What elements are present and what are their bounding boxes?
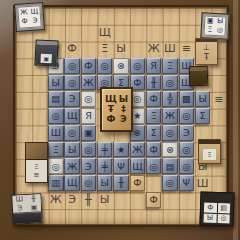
ink-stamp: Ф (64, 41, 80, 58)
cluster-tile-c3-r8[interactable]: Ы (64, 142, 79, 158)
cluster-tile-c9-r6[interactable]: Ж (162, 108, 177, 124)
cluster-tile-c3-r6[interactable]: Щ (64, 108, 79, 124)
dark-wood-cube-right[interactable] (189, 66, 209, 87)
cluster-tile-c8-r11[interactable]: Ф (146, 192, 161, 208)
cluster-tile-c10-r8[interactable]: ◎ (179, 142, 194, 158)
wooden-game-box: ЩЭФΞЫЖШ≡Э◎Ф◎⊗◎ЯΞШЫ◎Ж◎ΣФ╫◎ЩŦ▤Э◎◎Ф╬▩Ы≡◎ЩЯ★… (0, 0, 240, 240)
stamp-face: Ξ≡ (26, 160, 47, 182)
cluster-tile-c9-r10[interactable]: ◎ (162, 175, 177, 191)
cluster-tile-c4-r4[interactable]: Ж (81, 75, 96, 91)
die-side (13, 213, 41, 224)
center-block-glyph-column: Ы‡Э (119, 95, 128, 124)
cluster-tile-c10-r10[interactable]: Ψ (179, 175, 194, 191)
cluster-tile-c7-r8[interactable]: Ж (130, 142, 145, 158)
cluster-tile-c6-r8[interactable]: ★ (113, 142, 128, 158)
cluster-tile-c3-r3[interactable]: ◎ (64, 58, 79, 74)
ink-stamp: ≡ (178, 41, 194, 58)
cluster-tile-c5-r10[interactable]: Ы (97, 175, 112, 191)
ink-stamp: ≡ (211, 91, 227, 108)
center-block[interactable]: ЩŦФЫ‡Э (100, 87, 133, 132)
cluster-tile-c10-r7[interactable]: Э (179, 125, 194, 141)
dark-cube-upper-left[interactable]: ▣ (34, 39, 58, 66)
cluster-tile-c8-r6[interactable]: Ξ (146, 108, 161, 124)
cluster-tile-c9-r5[interactable]: ╬ (162, 91, 177, 107)
ink-stamp: Ж (48, 191, 64, 208)
cluster-tile-c5-r8[interactable]: ╪ (97, 142, 112, 158)
cluster-tile-c4-r9[interactable]: Э (81, 158, 96, 174)
cluster-tile-c2-r4[interactable]: Ы (48, 75, 63, 91)
wood-block-right-upper[interactable]: ⊥Ŧ (195, 38, 218, 65)
cluster-tile-c10-r9[interactable]: ◎ (179, 158, 194, 174)
cluster-tile-c4-r6[interactable]: Я (81, 108, 96, 124)
stamp-die-bottom-right[interactable]: Ф▤Ы◎ (199, 191, 234, 226)
cluster-tile-c2-r10[interactable]: ▥ (48, 175, 63, 191)
cluster-tile-c2-r8[interactable]: Ξ (48, 142, 63, 158)
two-tier-block-left[interactable]: Ξ≡ (25, 142, 48, 183)
stamp-face: Ξ (203, 149, 216, 160)
ink-stamp: Э (64, 191, 80, 208)
cluster-tile-c2-r7[interactable]: Ш (48, 125, 63, 141)
cluster-tile-c8-r8[interactable]: Ф (146, 142, 161, 158)
cluster-tile-c3-r4[interactable]: ◎ (64, 75, 79, 91)
cluster-tile-c8-r4[interactable]: ╫ (146, 75, 161, 91)
cluster-tile-c3-r5[interactable]: Э (64, 91, 79, 107)
cluster-tile-c8-r5[interactable]: Ф (146, 91, 161, 107)
ink-stamp: Ш (162, 41, 178, 58)
wood-cap (26, 143, 47, 160)
stamp-die-face: ▣ЫΞ◎ (203, 16, 226, 37)
cluster-tile-c8-r3[interactable]: Я (146, 58, 161, 74)
stamp-die-top-face: Ш╫Э▣ (12, 194, 41, 214)
cluster-tile-c3-r9[interactable]: Ж (64, 158, 79, 174)
cluster-tile-c4-r8[interactable]: ◎ (81, 142, 96, 158)
cluster-tile-c7-r3[interactable]: ◎ (130, 58, 145, 74)
cluster-tile-c11-r6[interactable]: Σ (195, 108, 210, 124)
cluster-tile-c9-r7[interactable]: ◎ (162, 125, 177, 141)
stamp-die-top-left[interactable]: ЖЩФЭ (14, 2, 45, 32)
cluster-tile-c10-r5[interactable]: ▩ (179, 91, 194, 107)
cluster-tile-c4-r7[interactable]: ▣ (81, 125, 96, 141)
cluster-tile-c4-r3[interactable]: Ф (81, 58, 96, 74)
cluster-tile-c3-r7[interactable]: ◎ (64, 125, 79, 141)
cluster-tile-c6-r9[interactable]: Ψ (113, 158, 128, 174)
cluster-tile-c11-r5[interactable]: Ы (195, 91, 210, 107)
cluster-tile-c6-r3[interactable]: ⊗ (113, 58, 128, 74)
ink-stamp: Ж (145, 41, 161, 58)
cluster-tile-c5-r9[interactable]: ╪ (97, 158, 112, 174)
cluster-tile-c9-r9[interactable]: ▤ (162, 158, 177, 174)
ink-stamp: ╫ (80, 191, 96, 208)
cluster-tile-c6-r10[interactable]: ╫ (113, 175, 128, 191)
wood-block-right-mid[interactable]: Ξ (198, 139, 221, 164)
center-block-glyph-column: ЩŦФ (105, 95, 117, 124)
stamp-die-face: Ф▤Ы◎ (204, 203, 230, 223)
cluster-tile-c2-r9[interactable]: ◎ (48, 158, 63, 174)
stamp-die-top-right[interactable]: ▣ЫΞ◎ (200, 12, 229, 39)
cluster-tile-c4-r10[interactable]: ◎ (81, 175, 96, 191)
ink-stamp: Ы (113, 41, 129, 58)
stamp-die-face: ЖЩФЭ (17, 6, 41, 29)
cluster-tile-c3-r10[interactable]: Щ (64, 175, 79, 191)
cube-emblem: ▣ (40, 54, 51, 64)
ink-stamp: Ш (194, 175, 210, 192)
cluster-tile-c7-r9[interactable]: Щ (130, 158, 145, 174)
cluster-tile-c5-r3[interactable]: ◎ (97, 58, 112, 74)
stamp-die-bottom-left[interactable]: Ш╫Э▣ (11, 193, 43, 225)
cluster-tile-c2-r6[interactable]: ◎ (48, 108, 63, 124)
cluster-tile-c8-r9[interactable]: ◎ (146, 158, 161, 174)
cluster-tile-c7-r10[interactable]: Ф (130, 175, 145, 191)
cluster-tile-c9-r3[interactable]: Ξ (162, 58, 177, 74)
cluster-tile-c4-r5[interactable]: ◎ (81, 91, 96, 107)
ink-stamp: Щ (97, 24, 113, 41)
cluster-tile-c9-r8[interactable]: ⊗ (162, 142, 177, 158)
ink-stamp: Ы (97, 191, 113, 208)
cluster-tile-c10-r6[interactable]: ◎ (179, 108, 194, 124)
cluster-tile-c8-r7[interactable]: Σ (146, 125, 161, 141)
cluster-tile-c9-r4[interactable]: ◎ (162, 75, 177, 91)
cluster-tile-c2-r5[interactable]: ▤ (48, 91, 63, 107)
ink-stamp: Ξ (97, 41, 113, 58)
